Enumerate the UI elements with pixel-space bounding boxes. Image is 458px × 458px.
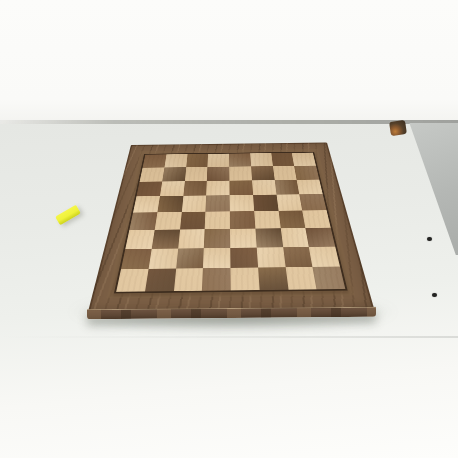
board-square[interactable] xyxy=(116,269,148,292)
board-square[interactable] xyxy=(253,195,278,211)
board-square[interactable] xyxy=(160,181,185,196)
board-square[interactable] xyxy=(162,167,186,181)
board-square[interactable] xyxy=(250,153,273,166)
chess-board xyxy=(88,143,374,312)
background-wall xyxy=(0,0,458,124)
board-square[interactable] xyxy=(207,167,229,181)
board-square[interactable] xyxy=(164,154,187,167)
board-square[interactable] xyxy=(313,267,346,290)
board-square[interactable] xyxy=(273,166,297,180)
board-square[interactable] xyxy=(180,212,206,230)
board-square[interactable] xyxy=(302,210,330,228)
board-square[interactable] xyxy=(271,153,294,166)
board-square[interactable] xyxy=(230,195,254,211)
board-square[interactable] xyxy=(154,212,181,230)
board-square[interactable] xyxy=(203,248,230,269)
board-square[interactable] xyxy=(230,247,258,268)
board-square[interactable] xyxy=(145,269,176,292)
photo-scene xyxy=(0,0,458,458)
board-square[interactable] xyxy=(306,228,336,247)
board-square[interactable] xyxy=(280,228,309,247)
table-hole xyxy=(427,237,432,241)
board-square[interactable] xyxy=(157,196,183,212)
board-square[interactable] xyxy=(230,268,259,291)
board-square[interactable] xyxy=(152,229,180,248)
board-square[interactable] xyxy=(129,212,157,230)
board-square[interactable] xyxy=(278,210,305,228)
board-square[interactable] xyxy=(285,267,316,290)
board-square[interactable] xyxy=(230,228,256,247)
board-square[interactable] xyxy=(274,180,299,195)
board-square[interactable] xyxy=(204,229,230,248)
board-square[interactable] xyxy=(143,154,167,167)
board-square[interactable] xyxy=(292,153,316,166)
board-square[interactable] xyxy=(297,179,323,194)
board-square[interactable] xyxy=(178,229,205,248)
board-square[interactable] xyxy=(254,211,280,229)
board-square[interactable] xyxy=(185,167,208,181)
board-square[interactable] xyxy=(256,247,285,268)
board-square[interactable] xyxy=(148,248,177,269)
playing-panel xyxy=(116,153,345,292)
board-square[interactable] xyxy=(205,211,230,229)
board-square[interactable] xyxy=(173,268,203,291)
board-square[interactable] xyxy=(181,196,206,212)
board-square[interactable] xyxy=(294,165,319,179)
board-square[interactable] xyxy=(276,194,302,210)
table-hole xyxy=(432,293,437,297)
board-square[interactable] xyxy=(206,195,230,211)
board-square[interactable] xyxy=(136,181,162,196)
board-square[interactable] xyxy=(230,211,255,229)
board-square[interactable] xyxy=(183,181,207,196)
board-square[interactable] xyxy=(299,194,326,210)
board-square[interactable] xyxy=(229,166,252,180)
board-square[interactable] xyxy=(251,166,274,180)
board-square[interactable] xyxy=(258,267,288,290)
board-square[interactable] xyxy=(133,196,160,212)
board-square[interactable] xyxy=(255,228,283,247)
small-brown-object xyxy=(389,120,407,136)
board-square[interactable] xyxy=(208,154,230,167)
board-square[interactable] xyxy=(140,167,165,181)
board-square[interactable] xyxy=(121,249,152,270)
board-square[interactable] xyxy=(229,153,251,166)
board-square[interactable] xyxy=(125,230,154,249)
board-square[interactable] xyxy=(229,180,252,195)
board-square[interactable] xyxy=(202,268,231,291)
board-square[interactable] xyxy=(206,180,229,195)
table-front-edge xyxy=(0,336,458,338)
board-square[interactable] xyxy=(176,248,204,269)
board-square[interactable] xyxy=(283,247,313,268)
board-square[interactable] xyxy=(309,246,340,267)
board-square[interactable] xyxy=(252,180,276,195)
board-square[interactable] xyxy=(186,154,208,167)
